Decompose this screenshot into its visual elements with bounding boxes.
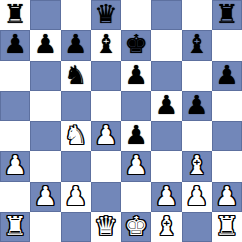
square-f5[interactable]: ♟ — [151, 91, 181, 121]
piece-black-king[interactable]: ♚ — [124, 31, 147, 57]
piece-white-bishop[interactable]: ♝ — [185, 152, 208, 178]
piece-black-knight[interactable]: ♞ — [64, 62, 87, 88]
square-h5[interactable] — [212, 91, 242, 121]
square-c7[interactable]: ♟ — [61, 30, 91, 60]
piece-white-pawn[interactable]: ♟ — [155, 183, 178, 209]
square-b8[interactable] — [30, 0, 60, 30]
piece-white-pawn[interactable]: ♟ — [64, 183, 87, 209]
square-e8[interactable] — [121, 0, 151, 30]
square-g3[interactable]: ♝ — [182, 151, 212, 181]
square-f8[interactable] — [151, 0, 181, 30]
square-g1[interactable] — [182, 212, 212, 242]
piece-white-pawn[interactable]: ♟ — [124, 152, 147, 178]
piece-white-pawn[interactable]: ♟ — [34, 183, 57, 209]
square-h2[interactable]: ♟ — [212, 182, 242, 212]
square-f1[interactable]: ♝ — [151, 212, 181, 242]
square-c8[interactable] — [61, 0, 91, 30]
square-b7[interactable]: ♟ — [30, 30, 60, 60]
piece-black-queen[interactable]: ♛ — [94, 1, 117, 27]
square-f6[interactable] — [151, 61, 181, 91]
square-c1[interactable] — [61, 212, 91, 242]
square-d1[interactable]: ♛ — [91, 212, 121, 242]
square-g7[interactable]: ♝ — [182, 30, 212, 60]
square-a6[interactable] — [0, 61, 30, 91]
piece-white-king[interactable]: ♚ — [124, 213, 147, 239]
square-g8[interactable] — [182, 0, 212, 30]
square-b1[interactable] — [30, 212, 60, 242]
square-f3[interactable] — [151, 151, 181, 181]
square-e7[interactable]: ♚ — [121, 30, 151, 60]
square-g5[interactable]: ♟ — [182, 91, 212, 121]
square-a5[interactable] — [0, 91, 30, 121]
square-h1[interactable]: ♜ — [212, 212, 242, 242]
square-e5[interactable] — [121, 91, 151, 121]
square-c3[interactable] — [61, 151, 91, 181]
square-h4[interactable] — [212, 121, 242, 151]
square-d3[interactable] — [91, 151, 121, 181]
square-g2[interactable]: ♟ — [182, 182, 212, 212]
piece-black-pawn[interactable]: ♟ — [34, 31, 57, 57]
square-e3[interactable]: ♟ — [121, 151, 151, 181]
square-a4[interactable] — [0, 121, 30, 151]
square-b5[interactable] — [30, 91, 60, 121]
square-a2[interactable] — [0, 182, 30, 212]
piece-white-rook[interactable]: ♜ — [3, 213, 26, 239]
square-f2[interactable]: ♟ — [151, 182, 181, 212]
square-d6[interactable] — [91, 61, 121, 91]
piece-white-pawn[interactable]: ♟ — [94, 122, 117, 148]
piece-black-pawn[interactable]: ♟ — [124, 122, 147, 148]
square-a3[interactable]: ♟ — [0, 151, 30, 181]
piece-white-pawn[interactable]: ♟ — [185, 183, 208, 209]
square-a8[interactable]: ♜ — [0, 0, 30, 30]
piece-black-pawn[interactable]: ♟ — [3, 31, 26, 57]
piece-black-pawn[interactable]: ♟ — [64, 31, 87, 57]
piece-white-knight[interactable]: ♞ — [64, 122, 87, 148]
square-h6[interactable]: ♟ — [212, 61, 242, 91]
square-e2[interactable] — [121, 182, 151, 212]
square-d7[interactable]: ♝ — [91, 30, 121, 60]
square-g6[interactable] — [182, 61, 212, 91]
square-d5[interactable] — [91, 91, 121, 121]
square-d8[interactable]: ♛ — [91, 0, 121, 30]
square-d2[interactable] — [91, 182, 121, 212]
square-c6[interactable]: ♞ — [61, 61, 91, 91]
square-b4[interactable] — [30, 121, 60, 151]
square-f4[interactable] — [151, 121, 181, 151]
piece-white-queen[interactable]: ♛ — [94, 213, 117, 239]
square-e1[interactable]: ♚ — [121, 212, 151, 242]
piece-black-pawn[interactable]: ♟ — [124, 62, 147, 88]
piece-black-pawn[interactable]: ♟ — [215, 62, 238, 88]
square-a7[interactable]: ♟ — [0, 30, 30, 60]
square-e6[interactable]: ♟ — [121, 61, 151, 91]
square-c4[interactable]: ♞ — [61, 121, 91, 151]
square-b6[interactable] — [30, 61, 60, 91]
square-a1[interactable]: ♜ — [0, 212, 30, 242]
square-f7[interactable] — [151, 30, 181, 60]
square-d4[interactable]: ♟ — [91, 121, 121, 151]
chess-board: ♜♛♜♟♟♟♝♚♝♞♟♟♟♟♞♟♟♟♟♝♟♟♟♟♟♜♛♚♝♜ — [0, 0, 242, 242]
piece-white-pawn[interactable]: ♟ — [215, 183, 238, 209]
piece-black-pawn[interactable]: ♟ — [185, 92, 208, 118]
square-h7[interactable] — [212, 30, 242, 60]
square-h3[interactable] — [212, 151, 242, 181]
piece-white-pawn[interactable]: ♟ — [3, 152, 26, 178]
square-c2[interactable]: ♟ — [61, 182, 91, 212]
square-h8[interactable]: ♜ — [212, 0, 242, 30]
square-e4[interactable]: ♟ — [121, 121, 151, 151]
piece-black-rook[interactable]: ♜ — [215, 1, 238, 27]
piece-black-pawn[interactable]: ♟ — [155, 92, 178, 118]
piece-black-bishop[interactable]: ♝ — [185, 31, 208, 57]
square-g4[interactable] — [182, 121, 212, 151]
piece-black-bishop[interactable]: ♝ — [94, 31, 117, 57]
square-b3[interactable] — [30, 151, 60, 181]
piece-white-bishop[interactable]: ♝ — [155, 213, 178, 239]
piece-white-rook[interactable]: ♜ — [215, 213, 238, 239]
square-b2[interactable]: ♟ — [30, 182, 60, 212]
piece-black-rook[interactable]: ♜ — [3, 1, 26, 27]
square-c5[interactable] — [61, 91, 91, 121]
